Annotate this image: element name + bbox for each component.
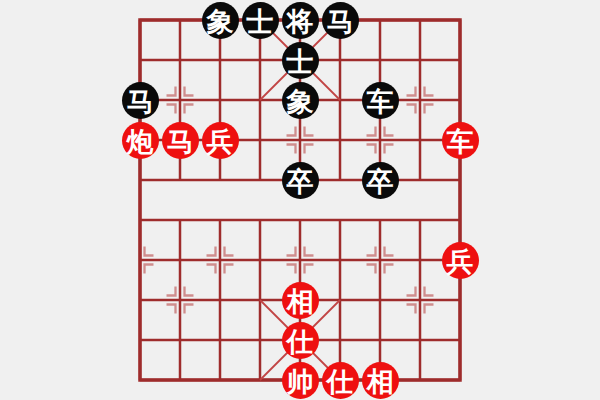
piece-red-advisor[interactable]: 仕	[282, 322, 319, 359]
piece-black-chariot[interactable]: 车	[362, 82, 399, 119]
piece-label: 马	[127, 88, 154, 115]
piece-label: 炮	[127, 128, 154, 155]
board-point: 相	[280, 280, 320, 320]
piece-black-advisor[interactable]: 士	[282, 42, 319, 79]
board-point: 将	[280, 0, 320, 40]
piece-label: 仕	[327, 368, 354, 395]
piece-label: 马	[327, 8, 354, 35]
piece-label: 将	[287, 8, 314, 35]
piece-black-elephant[interactable]: 象	[202, 2, 239, 39]
board-point: 帅	[280, 360, 320, 400]
board-point: 士	[280, 40, 320, 80]
board-point: 马	[320, 0, 360, 40]
piece-label: 象	[287, 88, 314, 115]
piece-label: 兵	[447, 248, 474, 275]
piece-label: 车	[367, 88, 394, 115]
piece-label: 卒	[287, 168, 314, 195]
board-point: 象	[280, 80, 320, 120]
piece-label: 马	[167, 128, 194, 155]
piece-black-horse[interactable]: 马	[322, 2, 359, 39]
board-point: 车	[360, 80, 400, 120]
piece-red-elephant[interactable]: 相	[282, 282, 319, 319]
piece-black-soldier[interactable]: 卒	[282, 162, 319, 199]
board-point: 炮	[120, 120, 160, 160]
piece-label: 卒	[367, 168, 394, 195]
piece-red-advisor[interactable]: 仕	[322, 362, 359, 399]
piece-red-horse[interactable]: 马	[162, 122, 199, 159]
piece-black-horse[interactable]: 马	[122, 82, 159, 119]
board-point: 马	[160, 120, 200, 160]
piece-red-chariot[interactable]: 车	[442, 122, 479, 159]
board-point: 马	[120, 80, 160, 120]
board-point: 车	[440, 120, 480, 160]
piece-label: 仕	[287, 328, 314, 355]
piece-black-elephant[interactable]: 象	[282, 82, 319, 119]
piece-red-general[interactable]: 帅	[282, 362, 319, 399]
board-point: 兵	[200, 120, 240, 160]
piece-black-soldier[interactable]: 卒	[362, 162, 399, 199]
board-point: 兵	[440, 240, 480, 280]
piece-black-advisor[interactable]: 士	[242, 2, 279, 39]
piece-label: 象	[207, 8, 234, 35]
board-point: 仕	[280, 320, 320, 360]
piece-label: 兵	[207, 128, 234, 155]
piece-black-general[interactable]: 将	[282, 2, 319, 39]
piece-red-soldier[interactable]: 兵	[442, 242, 479, 279]
piece-red-elephant[interactable]: 相	[362, 362, 399, 399]
piece-label: 士	[247, 8, 274, 35]
xiangqi-diagram: 象士将马士马象车炮马兵车卒卒兵相仕帅仕相	[0, 0, 600, 400]
board-point: 仕	[320, 360, 360, 400]
piece-red-cannon[interactable]: 炮	[122, 122, 159, 159]
piece-red-soldier[interactable]: 兵	[202, 122, 239, 159]
piece-label: 相	[367, 368, 394, 395]
xiangqi-board: 象士将马士马象车炮马兵车卒卒兵相仕帅仕相	[120, 0, 480, 400]
board-point: 相	[360, 360, 400, 400]
piece-label: 士	[287, 48, 314, 75]
piece-label: 相	[287, 288, 314, 315]
board-point: 士	[240, 0, 280, 40]
board-point: 卒	[280, 160, 320, 200]
board-point: 象	[200, 0, 240, 40]
piece-label: 车	[447, 128, 474, 155]
board-point: 卒	[360, 160, 400, 200]
piece-label: 帅	[287, 368, 314, 395]
